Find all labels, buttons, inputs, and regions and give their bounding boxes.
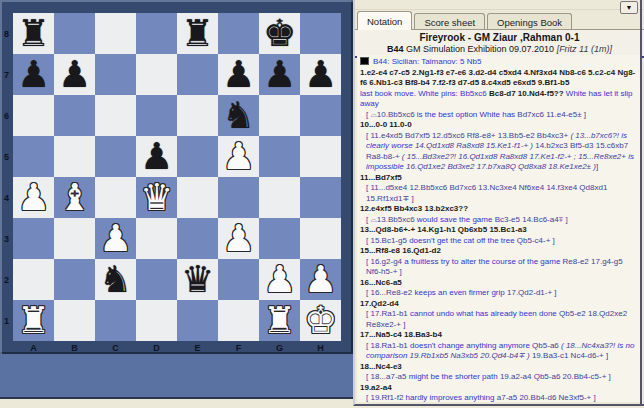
piece-black-pawn[interactable]: ♟ <box>263 54 296 95</box>
piece-black-pawn[interactable]: ♟ <box>17 54 50 95</box>
mainline-row: 15...Rf8-e8 16.Qd1-d2 <box>360 246 638 257</box>
square-h3[interactable] <box>300 218 341 259</box>
move-text[interactable]: [ ⌓10.Bb5xc6 <box>366 110 417 119</box>
file-label-c: C <box>95 341 136 354</box>
mainline-row: 19.a2-a4 <box>360 383 638 394</box>
square-f2[interactable] <box>218 259 259 300</box>
variation-line: [ 11.e4xd5 Bd7xf5 12.d5xc6 Rf8-e8+ 13.Bb… <box>360 131 638 173</box>
piece-black-queen[interactable]: ♛ <box>181 259 214 300</box>
variation-line: [ 18...a7-a5 might be the shorter path 1… <box>360 372 638 383</box>
square-a1[interactable]: ♜ <box>13 300 54 341</box>
move-text[interactable]: [ 11...d5xe4 12.Bb5xc6 Bd7xc6 13.Nc3xe4 … <box>366 183 607 203</box>
variation-line: [ 11...d5xe4 12.Bb5xc6 Bd7xc6 13.Nc3xe4 … <box>360 183 638 204</box>
variation-line: [ 18.Ra1-b1 doesn't change anything anym… <box>360 341 638 362</box>
square-h4[interactable] <box>300 177 341 218</box>
square-c5[interactable] <box>95 136 136 177</box>
square-b3[interactable] <box>54 218 95 259</box>
comment-text: last book move. White pins: Bb5xc6 <box>360 89 489 98</box>
move-text[interactable]: Bc3-e5 14.Bc6-a4∓ ] <box>495 215 568 224</box>
square-b1[interactable] <box>54 300 95 341</box>
comment-text: is the best option White has <box>417 110 518 119</box>
move-text[interactable]: [ 16...Re8-e2 <box>366 288 414 297</box>
piece-black-knight[interactable]: ♞ <box>222 95 255 136</box>
square-b5[interactable] <box>54 136 95 177</box>
piece-black-pawn[interactable]: ♟ <box>58 54 91 95</box>
mainline-row: 17.Qd2-d4 <box>360 299 638 310</box>
square-e3[interactable] <box>177 218 218 259</box>
mainline-row: 10...0-0 11.0-0 <box>360 120 638 131</box>
variation-line: [ 15.Bc1-g5 doesn't get the cat off the … <box>360 236 638 247</box>
piece-white-pawn[interactable]: ♟ <box>263 259 296 300</box>
notation-panel: ▼ NotationScore sheetOpenings Book Firey… <box>353 0 644 406</box>
square-h1[interactable]: ♚ <box>300 300 341 341</box>
eco-code: B44 <box>387 44 404 54</box>
move-text[interactable]: [ 19.Rf1-f2 <box>366 393 406 402</box>
square-b6[interactable] <box>54 95 95 136</box>
move-text[interactable]: a7-a5 20.Bb4-d6 Ne3xf5-+ ] <box>497 393 596 402</box>
square-a8[interactable]: ♜ <box>13 13 54 54</box>
square-a7[interactable]: ♟ <box>13 54 54 95</box>
file-label-g: G <box>259 341 300 354</box>
square-a6[interactable] <box>13 95 54 136</box>
file-labels: ABCDEFGH <box>13 341 341 354</box>
square-g1[interactable]: ♜ <box>259 300 300 341</box>
rank-label-7: 7 <box>0 54 13 95</box>
variation-line: [ 19.Rf1-f2 hardly improves anything a7-… <box>360 393 638 402</box>
comment-text: B44: Sicilian: Taimanov: 5 Nb5 <box>373 57 481 66</box>
move-text[interactable]: 19.Ba3-c1 Nc4-d6-+ ] <box>532 351 608 360</box>
comment-text: doesn't get the cat off the tree <box>409 236 517 245</box>
comment-text: would save the game <box>417 215 495 224</box>
variation-line: [ ⌓10.Bb5xc6 is the best option White ha… <box>360 110 638 121</box>
event-name: GM Simulation Exhibition 09.07.2010 <box>404 44 557 54</box>
square-e7[interactable] <box>177 54 218 95</box>
piece-black-king[interactable]: ♚ <box>263 13 296 54</box>
move-text[interactable]: [ 18.Ra1-b1 <box>366 341 410 350</box>
piece-white-bishop[interactable]: ♝ <box>58 177 91 218</box>
square-d5[interactable]: ♟ <box>136 136 177 177</box>
square-e1[interactable] <box>177 300 218 341</box>
variation-line: [ ⌓13.Bb5xc6 would save the game Bc3-e5 … <box>360 215 638 226</box>
players-and-result: Fireyrook - GM Ziaur ,Rahman 0-1 <box>355 32 644 43</box>
square-c7[interactable] <box>95 54 136 95</box>
square-e2[interactable]: ♛ <box>177 259 218 300</box>
square-g2[interactable]: ♟ <box>259 259 300 300</box>
rank-label-5: 5 <box>0 136 13 177</box>
move-text[interactable]: 12.e4xf5 Bb4xc3 13.b2xc3?? <box>360 204 468 213</box>
square-h6[interactable] <box>300 95 341 136</box>
piece-black-pawn[interactable]: ♟ <box>140 136 173 177</box>
square-h2[interactable]: ♟ <box>300 259 341 300</box>
square-d6[interactable] <box>136 95 177 136</box>
board-panel: 87654321 ♜♜♚♟♟♟♟♟♞♟♟♟♝♛♟♟♞♛♟♟♜♜♚ ABCDEFG… <box>0 0 353 399</box>
square-c1[interactable] <box>95 300 136 341</box>
square-g8[interactable]: ♚ <box>259 13 300 54</box>
piece-black-pawn[interactable]: ♟ <box>222 54 255 95</box>
mainline-row: 18...Nc4-e3 <box>360 362 638 373</box>
move-text[interactable]: [ 11.e4xd5 Bd7xf5 12.d5xc6 Rf8-e8+ 13.Bb… <box>366 131 570 140</box>
move-text[interactable]: 16.Qd1xe2 Bd3xe2 17.b7xa8Q Qd8xa8 18.Ke1… <box>406 162 596 171</box>
square-g3[interactable] <box>259 218 300 259</box>
mainline-row: 17...Na5-c4 18.Ba3-b4 <box>360 330 638 341</box>
game-header: Fireyrook - GM Ziaur ,Rahman 0-1 B44 GM … <box>355 30 644 58</box>
mainline-row: 12.e4xf5 Bb4xc3 13.b2xc3?? <box>360 204 638 215</box>
variation-line: [ 17.Ra1-b1 cannot undo what has already… <box>360 309 638 330</box>
piece-white-pawn[interactable]: ♟ <box>222 218 255 259</box>
square-a5[interactable] <box>13 136 54 177</box>
square-a2[interactable] <box>13 259 54 300</box>
move-text[interactable]: 17.Qd2-d1-+ ] <box>507 288 557 297</box>
move-text[interactable]: [ 15.Bc1-g5 <box>366 236 409 245</box>
rank-labels: 87654321 <box>0 13 13 341</box>
square-g4[interactable] <box>259 177 300 218</box>
move-text[interactable]: [ 16.g2-g4 <box>366 257 404 266</box>
square-a3[interactable] <box>13 218 54 259</box>
piece-white-king[interactable]: ♚ <box>304 300 337 341</box>
move-text[interactable]: Bd7xc6 11.e4-e5± ] <box>517 110 586 119</box>
rank-label-8: 8 <box>0 13 13 54</box>
square-h8[interactable] <box>300 13 341 54</box>
square-g7[interactable]: ♟ <box>259 54 300 95</box>
mainline-row: 11...Bd7xf5 <box>360 173 638 184</box>
square-g6[interactable] <box>259 95 300 136</box>
square-d2[interactable] <box>136 259 177 300</box>
square-f6[interactable]: ♞ <box>218 95 259 136</box>
move-text[interactable]: Bc8-d7 10.Nd4-f5?? <box>489 89 566 98</box>
rank-label-2: 2 <box>0 259 13 300</box>
move-text[interactable]: Qb5-c4-+ ] <box>517 236 555 245</box>
move-text[interactable]: 14.Qd1xd8 Ra8xd8 15.Ke1-f1-+ ) <box>415 141 535 150</box>
square-a4[interactable]: ♟ <box>13 177 54 218</box>
tab-notation[interactable]: Notation <box>357 11 412 30</box>
tab-score-sheet[interactable]: Score sheet <box>414 13 485 30</box>
chess-board[interactable]: ♜♜♚♟♟♟♟♟♞♟♟♟♝♛♟♟♞♛♟♟♜♜♚ <box>13 13 341 341</box>
event-line: B44 GM Simulation Exhibition 09.07.2010 … <box>355 44 644 54</box>
file-label-f: F <box>218 341 259 354</box>
piece-white-rook[interactable]: ♜ <box>17 300 50 341</box>
board-frame: 87654321 ♜♜♚♟♟♟♟♟♞♟♟♟♝♛♟♟♞♛♟♟♜♜♚ ABCDEFG… <box>0 0 353 354</box>
square-f4[interactable] <box>218 177 259 218</box>
variation-line: [ 16.g2-g4 a fruitless try to alter the … <box>360 257 638 278</box>
file-label-b: B <box>54 341 95 354</box>
piece-white-pawn[interactable]: ♟ <box>222 136 255 177</box>
comment-text: keeps an even firmer grip <box>414 288 507 297</box>
tab-bar: NotationScore sheetOpenings Book <box>355 10 644 30</box>
square-g5[interactable] <box>259 136 300 177</box>
mainline-row: 16...Nc6-a5 <box>360 278 638 289</box>
comment-text: doesn't change anything anymore <box>410 341 532 350</box>
mainline-row: 1.e2-e4 c7-c5 2.Ng1-f3 e7-e6 3.d2-d4 c5x… <box>360 68 638 89</box>
move-text[interactable]: [ 18...a7-a5 <box>366 372 409 381</box>
move-text[interactable]: ( 15...Bd3xe2?! 16.Qd1xd8 Ra8xd8 17.Ke1-… <box>402 152 628 161</box>
variation-line: [ 16...Re8-e2 keeps an even firmer grip … <box>360 288 638 299</box>
square-e5[interactable] <box>177 136 218 177</box>
square-h7[interactable]: ♟ <box>300 54 341 95</box>
square-c2[interactable]: ♞ <box>95 259 136 300</box>
square-e4[interactable] <box>177 177 218 218</box>
square-f3[interactable]: ♟ <box>218 218 259 259</box>
square-d4[interactable]: ♛ <box>136 177 177 218</box>
file-label-a: A <box>13 341 54 354</box>
move-text[interactable]: [ ⌓13.Bb5xc6 <box>366 215 417 224</box>
square-b2[interactable] <box>54 259 95 300</box>
square-c3[interactable]: ♟ <box>95 218 136 259</box>
square-f1[interactable] <box>218 300 259 341</box>
mainline-row: 13...Qd8-b6+-+ 14.Kg1-h1 Qb6xb5 15.Bc1-a… <box>360 225 638 236</box>
move-text[interactable]: 15...Rf8-e8 16.Qd1-d2 <box>360 246 441 255</box>
piece-white-pawn[interactable]: ♟ <box>304 259 337 300</box>
panel-top-strip: ▼ <box>355 0 644 10</box>
square-d3[interactable] <box>136 218 177 259</box>
move-text[interactable]: 16...Nc6-a5 <box>360 278 402 287</box>
square-h5[interactable] <box>300 136 341 177</box>
move-text[interactable]: [ 17.Ra1-b1 <box>366 309 410 318</box>
move-text[interactable]: 17.Qd2-d4 <box>360 299 399 308</box>
square-d8[interactable] <box>136 13 177 54</box>
move-text[interactable]: 13...Qd8-b6+-+ 14.Kg1-h1 Qb6xb5 15.Bc1-a… <box>360 225 527 234</box>
tab-openings-book[interactable]: Openings Book <box>487 13 572 30</box>
piece-white-pawn[interactable]: ♟ <box>17 177 50 218</box>
move-text[interactable]: 18...Nc4-e3 <box>360 362 402 371</box>
square-d1[interactable] <box>136 300 177 341</box>
comment-text: a fruitless try to alter the course of t… <box>404 257 562 266</box>
piece-black-rook[interactable]: ♜ <box>17 13 50 54</box>
piece-black-knight[interactable]: ♞ <box>99 259 132 300</box>
square-e6[interactable] <box>177 95 218 136</box>
comment-text: cannot undo what has already been done <box>410 309 559 318</box>
square-c4[interactable] <box>95 177 136 218</box>
move-text[interactable]: 1.e2-e4 c7-c5 2.Ng1-f3 e7-e6 3.d2-d4 c5x… <box>360 68 635 88</box>
file-label-d: D <box>136 341 177 354</box>
move-text[interactable]: 19.Rb1xb5 Na3xb5 20.Qd4-b4∓ ) <box>410 351 532 360</box>
move-text[interactable]: 11...Bd7xf5 <box>360 173 402 182</box>
mainline-row: B44: Sicilian: Taimanov: 5 Nb5 <box>360 57 638 68</box>
piece-black-rook[interactable]: ♜ <box>181 13 214 54</box>
square-d7[interactable] <box>136 54 177 95</box>
comment-text: hardly improves anything <box>406 393 497 402</box>
window-right-border <box>640 0 642 406</box>
move-text[interactable]: ( 18...Nc4xa3?! <box>561 341 617 350</box>
move-text[interactable]: ( 13...b7xc6?! <box>570 131 621 140</box>
square-c8[interactable] <box>95 13 136 54</box>
piece-white-pawn[interactable]: ♟ <box>99 218 132 259</box>
move-text[interactable]: 10...0-0 11.0-0 <box>360 120 412 129</box>
comment-text: might be the shorter path <box>409 372 500 381</box>
piece-black-pawn[interactable]: ♟ <box>304 54 337 95</box>
square-c6[interactable] <box>95 95 136 136</box>
rank-label-6: 6 <box>0 95 13 136</box>
file-label-e: E <box>177 341 218 354</box>
piece-white-queen[interactable]: ♛ <box>140 177 173 218</box>
move-text[interactable]: 19.a2-a4 <box>360 383 392 392</box>
notation-text-area[interactable]: B44: Sicilian: Taimanov: 5 Nb51.e2-e4 c7… <box>357 55 640 402</box>
square-f8[interactable] <box>218 13 259 54</box>
rank-label-3: 3 <box>0 218 13 259</box>
rank-label-1: 1 <box>0 300 13 341</box>
square-e8[interactable]: ♜ <box>177 13 218 54</box>
file-label-h: H <box>300 341 341 354</box>
piece-white-rook[interactable]: ♜ <box>263 300 296 341</box>
move-text[interactable]: 17...Na5-c4 18.Ba3-b4 <box>360 330 442 339</box>
move-text[interactable]: 19.a2-a4 Qb5-a6 20.Bb4-c5-+ ] <box>500 372 611 381</box>
square-f5[interactable]: ♟ <box>218 136 259 177</box>
engine-label: [Fritz 11 (1m)] <box>557 44 612 54</box>
square-f7[interactable]: ♟ <box>218 54 259 95</box>
mainline-row: last book move. White pins: Bb5xc6 Bc8-d… <box>360 89 638 110</box>
move-text[interactable]: ] <box>596 162 598 171</box>
rank-label-4: 4 <box>0 177 13 218</box>
move-text[interactable]: Qb5-a6 <box>532 341 561 350</box>
square-b7[interactable]: ♟ <box>54 54 95 95</box>
square-b8[interactable] <box>54 13 95 54</box>
opening-black-square-icon <box>360 57 369 65</box>
square-b4[interactable]: ♝ <box>54 177 95 218</box>
